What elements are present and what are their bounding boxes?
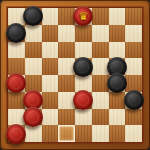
- square-r4-c5[interactable]: [75, 58, 92, 75]
- black-piece[interactable]: [107, 73, 127, 93]
- square-r8-c7[interactable]: [109, 125, 126, 142]
- black-piece[interactable]: [23, 6, 43, 26]
- square-r6-c5[interactable]: [75, 92, 92, 109]
- black-piece[interactable]: [6, 23, 26, 43]
- square-r2-c3[interactable]: [42, 25, 59, 42]
- square-r3-c6[interactable]: [92, 42, 109, 59]
- square-r1-c3[interactable]: [42, 8, 59, 25]
- red-piece[interactable]: [23, 107, 43, 127]
- square-r7-c6[interactable]: [92, 109, 109, 126]
- square-r3-c1[interactable]: [8, 42, 25, 59]
- square-r8-c3[interactable]: [42, 125, 59, 142]
- black-piece[interactable]: [124, 90, 144, 110]
- black-piece[interactable]: [73, 57, 93, 77]
- square-r5-c1[interactable]: [8, 75, 25, 92]
- square-r8-c4[interactable]: [58, 125, 75, 142]
- square-r4-c3[interactable]: [42, 58, 59, 75]
- square-r1-c7[interactable]: [109, 8, 126, 25]
- square-r5-c7[interactable]: [109, 75, 126, 92]
- square-r4-c6[interactable]: [92, 58, 109, 75]
- red-piece[interactable]: [6, 124, 26, 144]
- square-r3-c4[interactable]: [58, 42, 75, 59]
- square-r6-c7[interactable]: [109, 92, 126, 109]
- square-r5-c3[interactable]: [42, 75, 59, 92]
- square-r7-c3[interactable]: [42, 109, 59, 126]
- square-r2-c8[interactable]: [125, 25, 142, 42]
- square-r5-c6[interactable]: [92, 75, 109, 92]
- red-piece[interactable]: [6, 73, 26, 93]
- square-r1-c2[interactable]: [25, 8, 42, 25]
- square-r7-c4[interactable]: [58, 109, 75, 126]
- square-r6-c6[interactable]: [92, 92, 109, 109]
- square-r3-c7[interactable]: [109, 42, 126, 59]
- square-r6-c8[interactable]: [125, 92, 142, 109]
- square-r5-c4[interactable]: [58, 75, 75, 92]
- square-r8-c6[interactable]: [92, 125, 109, 142]
- square-r8-c1[interactable]: [8, 125, 25, 142]
- red-king-piece[interactable]: ♛: [73, 6, 93, 26]
- square-r3-c2[interactable]: [25, 42, 42, 59]
- square-r6-c2[interactable]: [25, 92, 42, 109]
- square-r1-c5[interactable]: ♛: [75, 8, 92, 25]
- square-r8-c5[interactable]: [75, 125, 92, 142]
- square-r3-c8[interactable]: [125, 42, 142, 59]
- square-r2-c7[interactable]: [109, 25, 126, 42]
- king-crown-icon: ♛: [78, 11, 88, 22]
- square-r6-c3[interactable]: [42, 92, 59, 109]
- square-r3-c5[interactable]: [75, 42, 92, 59]
- square-r7-c5[interactable]: [75, 109, 92, 126]
- square-r3-c3[interactable]: [42, 42, 59, 59]
- square-r2-c4[interactable]: [58, 25, 75, 42]
- square-r2-c5[interactable]: [75, 25, 92, 42]
- square-r8-c2[interactable]: [25, 125, 42, 142]
- square-r7-c7[interactable]: [109, 109, 126, 126]
- red-piece[interactable]: [73, 90, 93, 110]
- checkers-app-screen: ♛: [0, 0, 150, 150]
- square-r4-c8[interactable]: [125, 58, 142, 75]
- square-r4-c2[interactable]: [25, 58, 42, 75]
- square-r7-c2[interactable]: [25, 109, 42, 126]
- checkers-board: ♛: [8, 8, 142, 142]
- square-r2-c6[interactable]: [92, 25, 109, 42]
- square-r1-c6[interactable]: [92, 8, 109, 25]
- square-r2-c1[interactable]: [8, 25, 25, 42]
- square-r1-c8[interactable]: [125, 8, 142, 25]
- square-r8-c8[interactable]: [125, 125, 142, 142]
- square-r2-c2[interactable]: [25, 25, 42, 42]
- square-r7-c8[interactable]: [125, 109, 142, 126]
